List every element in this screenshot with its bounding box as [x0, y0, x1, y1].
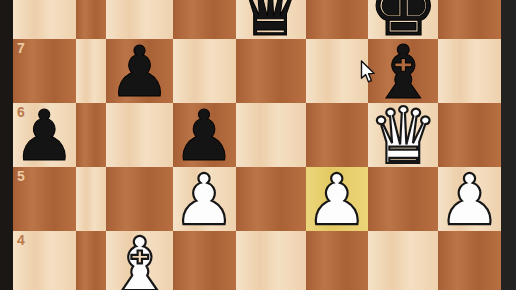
square-b5[interactable] [76, 167, 107, 231]
piece-white-pawn[interactable]: ♟ [173, 165, 236, 235]
square-f4[interactable] [306, 231, 369, 290]
right-letterbox-bar [501, 0, 516, 290]
square-b4[interactable] [76, 231, 107, 290]
square-f5[interactable]: ♟ [306, 167, 369, 231]
square-f8[interactable] [306, 0, 369, 39]
square-e4[interactable] [236, 231, 306, 290]
rank-label-7: 7 [17, 41, 25, 55]
square-a6[interactable]: 6♟ [13, 103, 76, 167]
square-b7[interactable] [76, 39, 107, 103]
square-d8[interactable] [173, 0, 236, 39]
video-frame: ♛♚7♟♝6♟♟♛5♟♟♟4♝ [0, 0, 516, 290]
square-a7[interactable]: 7 [13, 39, 76, 103]
square-f6[interactable] [306, 103, 369, 167]
piece-white-bishop[interactable]: ♝ [106, 227, 172, 290]
square-d5[interactable]: ♟ [173, 167, 236, 231]
square-a4[interactable]: 4 [13, 231, 76, 290]
square-b8[interactable] [76, 0, 107, 39]
square-h6[interactable] [438, 103, 501, 167]
rank-label-5: 5 [17, 169, 25, 183]
square-f7[interactable] [306, 39, 369, 103]
square-g6[interactable]: ♛ [368, 103, 438, 167]
square-g5[interactable] [368, 167, 438, 231]
square-b6[interactable] [76, 103, 107, 167]
square-a5[interactable]: 5 [13, 167, 76, 231]
piece-white-pawn[interactable]: ♟ [438, 165, 501, 235]
square-d4[interactable] [173, 231, 236, 290]
square-d6[interactable]: ♟ [173, 103, 236, 167]
square-c4[interactable]: ♝ [106, 231, 172, 290]
square-c6[interactable] [106, 103, 172, 167]
square-g4[interactable] [368, 231, 438, 290]
square-h7[interactable] [438, 39, 501, 103]
square-h8[interactable] [438, 0, 501, 39]
chess-board: ♛♚7♟♝6♟♟♛5♟♟♟4♝ [13, 0, 501, 290]
piece-white-pawn[interactable]: ♟ [306, 165, 369, 235]
rank-label-4: 4 [17, 233, 25, 247]
square-a8[interactable] [13, 0, 76, 39]
piece-black-pawn[interactable]: ♟ [108, 37, 171, 107]
square-e5[interactable] [236, 167, 306, 231]
square-e6[interactable] [236, 103, 306, 167]
piece-white-queen[interactable]: ♛ [368, 97, 438, 175]
square-d7[interactable] [173, 39, 236, 103]
square-c7[interactable]: ♟ [106, 39, 172, 103]
square-h4[interactable] [438, 231, 501, 290]
square-h5[interactable]: ♟ [438, 167, 501, 231]
square-e7[interactable] [236, 39, 306, 103]
left-letterbox-bar [0, 0, 13, 290]
piece-black-pawn[interactable]: ♟ [13, 101, 76, 171]
square-e8[interactable]: ♛ [236, 0, 306, 39]
